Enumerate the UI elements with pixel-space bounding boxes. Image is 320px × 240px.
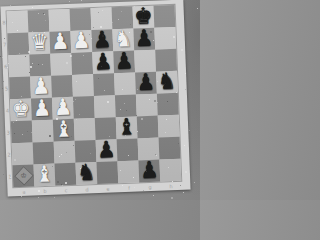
black-pawn-e2[interactable]: ♟ [97,137,116,162]
square-c7[interactable]: ♟ [49,31,71,54]
board-maker-logo: ♔ [14,166,34,186]
square-d6[interactable] [71,52,93,75]
square-h8[interactable] [153,5,175,28]
black-pawn-g1[interactable]: ♟ [140,157,159,182]
square-c6[interactable] [50,53,72,76]
square-c3[interactable]: ♝ [53,119,75,142]
square-a1[interactable]: ♔ [13,164,35,187]
square-d4[interactable] [73,96,95,119]
square-h7[interactable] [154,27,176,50]
white-pawn-c7[interactable]: ♟ [51,28,70,53]
square-g5[interactable]: ♟ [135,72,157,95]
board-frame: 87654321 ♚♛♟♟♟♞♟♟♟♟♟♞♚♟♟♝♝♟♔♝♞♟ abcdefgh [0,0,190,196]
square-a2[interactable] [12,142,34,165]
square-b1[interactable]: ♝ [34,164,56,187]
square-f2[interactable] [117,138,139,161]
square-h1[interactable] [159,159,181,182]
square-f1[interactable] [117,160,139,183]
square-g3[interactable] [137,116,159,139]
black-pawn-g7[interactable]: ♟ [135,25,154,50]
square-e1[interactable] [96,161,118,184]
white-king-a4[interactable]: ♚ [11,96,30,121]
board-grid: ♚♛♟♟♟♞♟♟♟♟♟♞♚♟♟♝♝♟♔♝♞♟ [7,5,182,187]
square-b4[interactable]: ♟ [31,98,53,121]
file-label-a: a [13,186,34,196]
square-h4[interactable] [157,93,179,116]
square-b7[interactable]: ♛ [28,32,50,55]
white-bishop-b1[interactable]: ♝ [35,161,54,186]
square-d3[interactable] [74,118,96,141]
square-e6[interactable]: ♟ [92,51,114,74]
square-g7[interactable]: ♟ [133,28,155,51]
square-f6[interactable]: ♟ [113,50,135,73]
square-a7[interactable] [7,33,29,56]
square-a3[interactable] [11,120,33,143]
square-a8[interactable] [7,11,29,34]
file-label-e: e [97,183,118,193]
square-h3[interactable] [158,115,180,138]
white-bishop-c3[interactable]: ♝ [54,116,73,141]
black-pawn-g5[interactable]: ♟ [136,69,155,94]
square-a6[interactable] [8,55,30,78]
white-pawn-b4[interactable]: ♟ [32,95,51,120]
file-label-c: c [55,185,76,195]
square-c2[interactable] [54,141,76,164]
square-d1[interactable]: ♞ [75,162,97,185]
square-e4[interactable] [94,95,116,118]
square-c1[interactable] [54,163,76,186]
square-d5[interactable] [72,74,94,97]
white-queen-b7[interactable]: ♛ [30,29,49,54]
square-h2[interactable] [159,137,181,160]
square-g1[interactable]: ♟ [138,160,160,183]
white-pawn-d7[interactable]: ♟ [72,28,91,53]
square-e5[interactable] [93,73,115,96]
square-a4[interactable]: ♚ [10,98,32,121]
square-e2[interactable]: ♟ [96,139,118,162]
black-pawn-f6[interactable]: ♟ [115,48,134,73]
black-pawn-e6[interactable]: ♟ [94,49,113,74]
file-label-f: f [118,182,139,192]
black-knight-d1[interactable]: ♞ [77,159,96,184]
file-label-h: h [160,181,181,191]
square-g4[interactable] [136,94,158,117]
square-f5[interactable] [114,72,136,95]
black-bishop-f3[interactable]: ♝ [117,114,136,139]
black-knight-h5[interactable]: ♞ [157,68,176,93]
chess-board-photo: 87654321 ♚♛♟♟♟♞♟♟♟♟♟♞♚♟♟♝♝♟♔♝♞♟ abcdefgh [0,0,190,196]
square-d7[interactable]: ♟ [70,30,92,53]
square-f3[interactable]: ♝ [116,116,138,139]
square-b3[interactable] [32,120,54,143]
square-h5[interactable]: ♞ [156,71,178,94]
